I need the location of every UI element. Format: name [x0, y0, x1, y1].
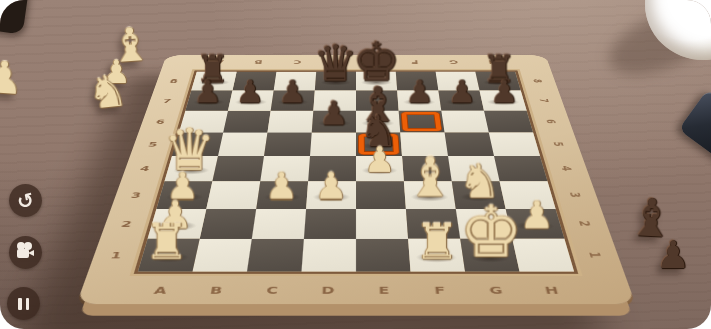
black-pawn-f7[interactable]: ♟ — [406, 77, 434, 107]
square-e2[interactable] — [356, 209, 408, 239]
pause-button[interactable] — [7, 287, 40, 320]
square-e3[interactable] — [356, 181, 406, 209]
white-bishop-f3[interactable]: ♝ — [406, 153, 454, 204]
square-d2[interactable] — [304, 209, 356, 239]
square-c5[interactable] — [264, 133, 312, 156]
captured-white-knight: ♞ — [86, 68, 130, 116]
square-b1[interactable] — [192, 239, 251, 272]
dark-corner-object — [0, 0, 29, 35]
undo-button[interactable]: ↺ — [9, 184, 42, 217]
black-queen-d8[interactable]: ♛ — [313, 40, 358, 87]
square-d5[interactable] — [310, 133, 356, 156]
square-e1[interactable] — [356, 239, 411, 272]
square-f7[interactable]: ♟ — [397, 91, 441, 111]
white-pawn-e4[interactable]: ♟ — [364, 143, 395, 176]
black-pawn-h7[interactable]: ♟ — [490, 77, 518, 107]
white-pawn-h2[interactable]: ♟ — [520, 197, 554, 233]
video-camera-icon — [17, 247, 34, 259]
captured-black-pawn: ♟ — [656, 236, 690, 274]
square-d6[interactable]: ♟ — [312, 111, 356, 133]
camera-button[interactable] — [9, 236, 42, 269]
square-b5[interactable] — [218, 133, 267, 156]
square-b6[interactable] — [223, 111, 270, 133]
white-rook-a1[interactable]: ♜ — [145, 219, 189, 266]
square-c6[interactable] — [267, 111, 313, 133]
square-h4[interactable] — [494, 156, 547, 181]
square-c3[interactable]: ♟ — [256, 181, 308, 209]
pause-icon — [18, 298, 29, 310]
undo-arrow-icon: ↺ — [15, 189, 36, 212]
black-pawn-b7[interactable]: ♟ — [236, 77, 264, 107]
square-d1[interactable] — [301, 239, 356, 272]
square-b4[interactable] — [212, 156, 264, 181]
board-scene: ABCDEFGH ABCDEFGH 87654321 87654321 ♜♛♚♜… — [130, 0, 582, 329]
chess-board: ABCDEFGH ABCDEFGH 87654321 87654321 ♜♛♚♜… — [76, 55, 635, 304]
square-a7[interactable]: ♟ — [185, 91, 232, 111]
black-pawn-g7[interactable]: ♟ — [448, 77, 476, 107]
black-pawn-a7[interactable]: ♟ — [194, 77, 222, 107]
white-pawn-c3[interactable]: ♟ — [265, 169, 298, 204]
square-d3[interactable]: ♟ — [306, 181, 356, 209]
square-f1[interactable]: ♜ — [408, 239, 465, 272]
file-labels-bottom: ABCDEFGH — [131, 285, 581, 295]
white-pawn-d3[interactable]: ♟ — [315, 169, 348, 204]
black-pawn-c7[interactable]: ♟ — [278, 77, 306, 107]
square-b7[interactable]: ♟ — [228, 91, 274, 111]
square-g7[interactable]: ♟ — [438, 91, 484, 111]
square-h7[interactable]: ♟ — [480, 91, 527, 111]
board-squares: ♜♛♚♜♟♟♟♟♟♟♟♝♞♛♟♟♟♟♝♞♟♟♜♜♚ — [138, 72, 574, 272]
square-f6[interactable] — [399, 111, 445, 133]
square-c1[interactable] — [247, 239, 304, 272]
square-g1[interactable]: ♚ — [460, 239, 519, 272]
square-a1[interactable]: ♜ — [138, 239, 200, 272]
square-g6[interactable] — [441, 111, 488, 133]
square-b2[interactable] — [200, 209, 257, 239]
square-d8[interactable]: ♛ — [315, 72, 356, 91]
chess-app-screen: ABCDEFGH ABCDEFGH 87654321 87654321 ♜♛♚♜… — [0, 0, 711, 329]
square-f3[interactable]: ♝ — [404, 181, 456, 209]
black-pawn-d6[interactable]: ♟ — [319, 98, 348, 129]
white-king-g1[interactable]: ♚ — [460, 198, 523, 265]
phone — [678, 89, 711, 173]
white-rook-f1[interactable]: ♜ — [415, 219, 459, 266]
square-h6[interactable] — [484, 111, 533, 133]
captured-white-pawn: ♟ — [0, 55, 25, 102]
square-e4[interactable]: ♟ — [356, 156, 404, 181]
square-c2[interactable] — [252, 209, 306, 239]
square-c7[interactable]: ♟ — [271, 91, 315, 111]
square-b3[interactable] — [206, 181, 260, 209]
